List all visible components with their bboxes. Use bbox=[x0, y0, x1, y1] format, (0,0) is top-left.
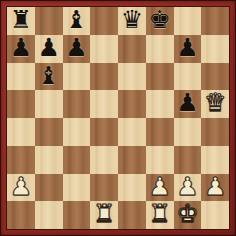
white-queen[interactable]: ♛ bbox=[204, 90, 226, 117]
square-g6[interactable] bbox=[174, 63, 202, 91]
square-g4[interactable] bbox=[174, 118, 202, 146]
square-a3[interactable] bbox=[7, 146, 35, 174]
square-f6[interactable] bbox=[146, 63, 174, 91]
square-a1[interactable] bbox=[7, 201, 35, 229]
square-f4[interactable] bbox=[146, 118, 174, 146]
square-a7[interactable]: ♟ bbox=[7, 35, 35, 63]
square-d8[interactable] bbox=[90, 7, 118, 35]
black-pawn[interactable]: ♟ bbox=[10, 35, 32, 62]
square-c2[interactable] bbox=[63, 174, 91, 202]
square-c1[interactable] bbox=[63, 201, 91, 229]
square-b1[interactable] bbox=[35, 201, 63, 229]
square-d3[interactable] bbox=[90, 146, 118, 174]
square-e6[interactable] bbox=[118, 63, 146, 91]
board-frame: ♜♝♛♚♟♟♟♟♝♟♛♟♟♟♟♜♜♚ bbox=[0, 0, 236, 236]
square-h4[interactable] bbox=[201, 118, 229, 146]
square-a2[interactable]: ♟ bbox=[7, 174, 35, 202]
white-king[interactable]: ♚ bbox=[176, 201, 198, 228]
square-e2[interactable] bbox=[118, 174, 146, 202]
black-pawn[interactable]: ♟ bbox=[176, 35, 198, 62]
black-bishop[interactable]: ♝ bbox=[65, 7, 87, 34]
white-pawn[interactable]: ♟ bbox=[10, 174, 32, 201]
square-d2[interactable] bbox=[90, 174, 118, 202]
square-b4[interactable] bbox=[35, 118, 63, 146]
square-h7[interactable] bbox=[201, 35, 229, 63]
square-h3[interactable] bbox=[201, 146, 229, 174]
square-b2[interactable] bbox=[35, 174, 63, 202]
white-rook[interactable]: ♜ bbox=[93, 201, 115, 228]
square-b7[interactable]: ♟ bbox=[35, 35, 63, 63]
square-g5[interactable]: ♟ bbox=[174, 90, 202, 118]
white-pawn[interactable]: ♟ bbox=[176, 174, 198, 201]
square-f5[interactable] bbox=[146, 90, 174, 118]
square-g7[interactable]: ♟ bbox=[174, 35, 202, 63]
square-h5[interactable]: ♛ bbox=[201, 90, 229, 118]
square-e3[interactable] bbox=[118, 146, 146, 174]
square-f8[interactable]: ♚ bbox=[146, 7, 174, 35]
black-pawn[interactable]: ♟ bbox=[65, 35, 87, 62]
square-h8[interactable] bbox=[201, 7, 229, 35]
square-b8[interactable] bbox=[35, 7, 63, 35]
square-e1[interactable] bbox=[118, 201, 146, 229]
square-b6[interactable]: ♝ bbox=[35, 63, 63, 91]
square-d4[interactable] bbox=[90, 118, 118, 146]
black-queen[interactable]: ♛ bbox=[121, 7, 143, 34]
square-e4[interactable] bbox=[118, 118, 146, 146]
square-a6[interactable] bbox=[7, 63, 35, 91]
black-bishop[interactable]: ♝ bbox=[37, 63, 59, 90]
square-c5[interactable] bbox=[63, 90, 91, 118]
square-f3[interactable] bbox=[146, 146, 174, 174]
chess-board: ♜♝♛♚♟♟♟♟♝♟♛♟♟♟♟♜♜♚ bbox=[7, 7, 229, 229]
square-a5[interactable] bbox=[7, 90, 35, 118]
black-pawn[interactable]: ♟ bbox=[176, 90, 198, 117]
square-g2[interactable]: ♟ bbox=[174, 174, 202, 202]
square-h1[interactable] bbox=[201, 201, 229, 229]
white-pawn[interactable]: ♟ bbox=[204, 174, 226, 201]
square-f2[interactable]: ♟ bbox=[146, 174, 174, 202]
square-g8[interactable] bbox=[174, 7, 202, 35]
square-a4[interactable] bbox=[7, 118, 35, 146]
white-pawn[interactable]: ♟ bbox=[148, 174, 170, 201]
square-d1[interactable]: ♜ bbox=[90, 201, 118, 229]
square-c3[interactable] bbox=[63, 146, 91, 174]
square-c4[interactable] bbox=[63, 118, 91, 146]
square-d7[interactable] bbox=[90, 35, 118, 63]
square-g1[interactable]: ♚ bbox=[174, 201, 202, 229]
square-c7[interactable]: ♟ bbox=[63, 35, 91, 63]
black-rook[interactable]: ♜ bbox=[10, 7, 32, 34]
square-h6[interactable] bbox=[201, 63, 229, 91]
square-d6[interactable] bbox=[90, 63, 118, 91]
square-a8[interactable]: ♜ bbox=[7, 7, 35, 35]
square-e5[interactable] bbox=[118, 90, 146, 118]
square-g3[interactable] bbox=[174, 146, 202, 174]
square-b3[interactable] bbox=[35, 146, 63, 174]
square-b5[interactable] bbox=[35, 90, 63, 118]
square-c6[interactable] bbox=[63, 63, 91, 91]
square-h2[interactable]: ♟ bbox=[201, 174, 229, 202]
square-e8[interactable]: ♛ bbox=[118, 7, 146, 35]
white-rook[interactable]: ♜ bbox=[148, 201, 170, 228]
square-d5[interactable] bbox=[90, 90, 118, 118]
square-f7[interactable] bbox=[146, 35, 174, 63]
black-king[interactable]: ♚ bbox=[148, 7, 170, 34]
square-f1[interactable]: ♜ bbox=[146, 201, 174, 229]
square-e7[interactable] bbox=[118, 35, 146, 63]
black-pawn[interactable]: ♟ bbox=[37, 35, 59, 62]
square-c8[interactable]: ♝ bbox=[63, 7, 91, 35]
